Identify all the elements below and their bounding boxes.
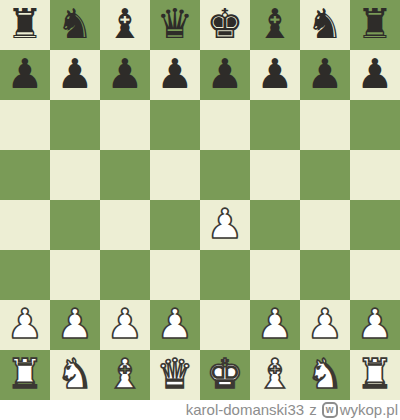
square-a8[interactable]: ♜	[0, 0, 50, 50]
square-b5[interactable]	[50, 150, 100, 200]
watermark-site: wykop.pl	[340, 400, 398, 420]
white-pawn: ♟	[7, 299, 44, 349]
black-king: ♚	[207, 0, 244, 49]
white-king: ♚	[207, 349, 244, 399]
chess-board: ♜♞♝♛♚♝♞♜♟♟♟♟♟♟♟♟♟♟♟♟♟♟♟♟♜♞♝♛♚♝♞♜	[0, 0, 400, 400]
square-h8[interactable]: ♜	[350, 0, 400, 50]
square-c5[interactable]	[100, 150, 150, 200]
square-e2[interactable]	[200, 300, 250, 350]
black-queen: ♛	[157, 0, 194, 49]
watermark-separator: z	[309, 400, 317, 420]
black-rook: ♜	[357, 0, 394, 49]
white-bishop: ♝	[257, 349, 294, 399]
square-e4[interactable]: ♟	[200, 200, 250, 250]
square-f4[interactable]	[250, 200, 300, 250]
square-b8[interactable]: ♞	[50, 0, 100, 50]
white-bishop: ♝	[107, 349, 144, 399]
square-f1[interactable]: ♝	[250, 350, 300, 400]
white-rook: ♜	[7, 349, 44, 399]
wykop-logo-icon: w	[322, 402, 338, 418]
square-c3[interactable]	[100, 250, 150, 300]
black-pawn: ♟	[7, 49, 44, 99]
square-h6[interactable]	[350, 100, 400, 150]
white-pawn: ♟	[207, 199, 244, 249]
square-a2[interactable]: ♟	[0, 300, 50, 350]
square-a5[interactable]	[0, 150, 50, 200]
square-e5[interactable]	[200, 150, 250, 200]
black-pawn: ♟	[307, 49, 344, 99]
square-g3[interactable]	[300, 250, 350, 300]
square-b6[interactable]	[50, 100, 100, 150]
square-e3[interactable]	[200, 250, 250, 300]
square-c7[interactable]: ♟	[100, 50, 150, 100]
black-pawn: ♟	[107, 49, 144, 99]
white-knight: ♞	[307, 349, 344, 399]
black-pawn: ♟	[57, 49, 94, 99]
black-bishop: ♝	[107, 0, 144, 49]
square-b3[interactable]	[50, 250, 100, 300]
square-h5[interactable]	[350, 150, 400, 200]
square-f8[interactable]: ♝	[250, 0, 300, 50]
square-f6[interactable]	[250, 100, 300, 150]
square-d8[interactable]: ♛	[150, 0, 200, 50]
black-bishop: ♝	[257, 0, 294, 49]
black-knight: ♞	[307, 0, 344, 49]
black-rook: ♜	[7, 0, 44, 49]
square-a4[interactable]	[0, 200, 50, 250]
square-d4[interactable]	[150, 200, 200, 250]
white-pawn: ♟	[307, 299, 344, 349]
wykop-logo-letter: w	[326, 404, 334, 416]
square-d7[interactable]: ♟	[150, 50, 200, 100]
square-d1[interactable]: ♛	[150, 350, 200, 400]
square-f2[interactable]: ♟	[250, 300, 300, 350]
watermark: karol-domanski33 z w wykop.pl	[0, 400, 400, 420]
square-h4[interactable]	[350, 200, 400, 250]
white-pawn: ♟	[57, 299, 94, 349]
square-c2[interactable]: ♟	[100, 300, 150, 350]
square-d3[interactable]	[150, 250, 200, 300]
square-d2[interactable]: ♟	[150, 300, 200, 350]
square-g2[interactable]: ♟	[300, 300, 350, 350]
white-knight: ♞	[57, 349, 94, 399]
square-g6[interactable]	[300, 100, 350, 150]
white-pawn: ♟	[257, 299, 294, 349]
square-a7[interactable]: ♟	[0, 50, 50, 100]
black-pawn: ♟	[357, 49, 394, 99]
square-e6[interactable]	[200, 100, 250, 150]
watermark-author: karol-domanski33	[186, 400, 304, 420]
square-g4[interactable]	[300, 200, 350, 250]
square-f7[interactable]: ♟	[250, 50, 300, 100]
square-c8[interactable]: ♝	[100, 0, 150, 50]
square-e1[interactable]: ♚	[200, 350, 250, 400]
square-f5[interactable]	[250, 150, 300, 200]
square-e7[interactable]: ♟	[200, 50, 250, 100]
black-pawn: ♟	[157, 49, 194, 99]
square-c4[interactable]	[100, 200, 150, 250]
square-d6[interactable]	[150, 100, 200, 150]
square-e8[interactable]: ♚	[200, 0, 250, 50]
square-g5[interactable]	[300, 150, 350, 200]
square-g8[interactable]: ♞	[300, 0, 350, 50]
white-pawn: ♟	[157, 299, 194, 349]
square-h7[interactable]: ♟	[350, 50, 400, 100]
white-pawn: ♟	[107, 299, 144, 349]
white-queen: ♛	[157, 349, 194, 399]
square-a3[interactable]	[0, 250, 50, 300]
square-d5[interactable]	[150, 150, 200, 200]
square-h1[interactable]: ♜	[350, 350, 400, 400]
square-h2[interactable]: ♟	[350, 300, 400, 350]
square-g7[interactable]: ♟	[300, 50, 350, 100]
black-pawn: ♟	[257, 49, 294, 99]
black-pawn: ♟	[207, 49, 244, 99]
square-g1[interactable]: ♞	[300, 350, 350, 400]
square-b2[interactable]: ♟	[50, 300, 100, 350]
page: ♜♞♝♛♚♝♞♜♟♟♟♟♟♟♟♟♟♟♟♟♟♟♟♟♜♞♝♛♚♝♞♜ karol-d…	[0, 0, 400, 420]
square-a6[interactable]	[0, 100, 50, 150]
white-pawn: ♟	[357, 299, 394, 349]
square-b4[interactable]	[50, 200, 100, 250]
square-c1[interactable]: ♝	[100, 350, 150, 400]
square-f3[interactable]	[250, 250, 300, 300]
square-b7[interactable]: ♟	[50, 50, 100, 100]
white-rook: ♜	[357, 349, 394, 399]
square-h3[interactable]	[350, 250, 400, 300]
square-a1[interactable]: ♜	[0, 350, 50, 400]
square-c6[interactable]	[100, 100, 150, 150]
black-knight: ♞	[57, 0, 94, 49]
square-b1[interactable]: ♞	[50, 350, 100, 400]
